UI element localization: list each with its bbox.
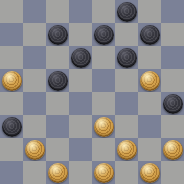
white-man-piece[interactable]: ⛀ xyxy=(117,140,137,160)
square-1[interactable] xyxy=(23,0,46,23)
square-8[interactable]: ⛂ xyxy=(138,23,161,46)
light-square xyxy=(92,46,115,69)
black-man-piece[interactable]: ⛂ xyxy=(71,48,91,68)
light-square xyxy=(69,23,92,46)
white-man-piece[interactable]: ⛀ xyxy=(163,140,183,160)
light-square xyxy=(69,69,92,92)
white-man-piece[interactable]: ⛀ xyxy=(25,140,45,160)
square-18[interactable] xyxy=(69,92,92,115)
square-7[interactable]: ⛂ xyxy=(92,23,115,46)
square-15[interactable] xyxy=(92,69,115,92)
light-square xyxy=(161,69,184,92)
square-28[interactable]: ⛀ xyxy=(161,138,184,161)
square-25[interactable]: ⛀ xyxy=(23,138,46,161)
light-square xyxy=(115,115,138,138)
square-26[interactable] xyxy=(69,138,92,161)
square-22[interactable] xyxy=(46,115,69,138)
light-square xyxy=(23,161,46,184)
square-11[interactable]: ⛂ xyxy=(115,46,138,69)
black-man-piece[interactable]: ⛂ xyxy=(48,25,68,45)
square-21[interactable]: ⛂ xyxy=(0,115,23,138)
light-square xyxy=(46,0,69,23)
light-square xyxy=(138,46,161,69)
light-square xyxy=(138,0,161,23)
black-man-piece[interactable]: ⛂ xyxy=(117,48,137,68)
light-square xyxy=(161,23,184,46)
light-square xyxy=(161,161,184,184)
light-square xyxy=(0,0,23,23)
light-square xyxy=(92,0,115,23)
white-man-piece[interactable]: ⛀ xyxy=(140,163,160,183)
square-31[interactable]: ⛀ xyxy=(92,161,115,184)
light-square xyxy=(46,46,69,69)
light-square xyxy=(115,69,138,92)
light-square xyxy=(23,69,46,92)
black-man-piece[interactable]: ⛂ xyxy=(48,71,68,91)
checkers-board: ⛂⛂⛂⛂⛂⛂⛀⛂⛀⛂⛂⛀⛀⛀⛀⛀⛀⛀ xyxy=(0,0,184,184)
square-12[interactable] xyxy=(161,46,184,69)
light-square xyxy=(0,92,23,115)
black-man-piece[interactable]: ⛂ xyxy=(117,2,137,22)
square-32[interactable]: ⛀ xyxy=(138,161,161,184)
square-27[interactable]: ⛀ xyxy=(115,138,138,161)
light-square xyxy=(138,92,161,115)
light-square xyxy=(0,46,23,69)
black-man-piece[interactable]: ⛂ xyxy=(2,117,22,137)
light-square xyxy=(92,92,115,115)
white-man-piece[interactable]: ⛀ xyxy=(94,163,114,183)
black-man-piece[interactable]: ⛂ xyxy=(163,94,183,114)
light-square xyxy=(0,138,23,161)
light-square xyxy=(46,92,69,115)
square-19[interactable] xyxy=(115,92,138,115)
light-square xyxy=(115,161,138,184)
square-17[interactable] xyxy=(23,92,46,115)
white-man-piece[interactable]: ⛀ xyxy=(140,71,160,91)
square-29[interactable] xyxy=(0,161,23,184)
white-man-piece[interactable]: ⛀ xyxy=(2,71,22,91)
square-30[interactable]: ⛀ xyxy=(46,161,69,184)
square-16[interactable]: ⛀ xyxy=(138,69,161,92)
square-6[interactable]: ⛂ xyxy=(46,23,69,46)
square-5[interactable] xyxy=(0,23,23,46)
white-man-piece[interactable]: ⛀ xyxy=(94,117,114,137)
square-4[interactable] xyxy=(161,0,184,23)
light-square xyxy=(161,115,184,138)
light-square xyxy=(23,23,46,46)
square-20[interactable]: ⛂ xyxy=(161,92,184,115)
black-man-piece[interactable]: ⛂ xyxy=(140,25,160,45)
square-13[interactable]: ⛀ xyxy=(0,69,23,92)
square-2[interactable] xyxy=(69,0,92,23)
light-square xyxy=(46,138,69,161)
square-24[interactable] xyxy=(138,115,161,138)
light-square xyxy=(69,161,92,184)
square-23[interactable]: ⛀ xyxy=(92,115,115,138)
white-man-piece[interactable]: ⛀ xyxy=(48,163,68,183)
black-man-piece[interactable]: ⛂ xyxy=(94,25,114,45)
light-square xyxy=(138,138,161,161)
square-14[interactable]: ⛂ xyxy=(46,69,69,92)
light-square xyxy=(115,23,138,46)
square-10[interactable]: ⛂ xyxy=(69,46,92,69)
light-square xyxy=(92,138,115,161)
square-9[interactable] xyxy=(23,46,46,69)
light-square xyxy=(69,115,92,138)
square-3[interactable]: ⛂ xyxy=(115,0,138,23)
light-square xyxy=(23,115,46,138)
